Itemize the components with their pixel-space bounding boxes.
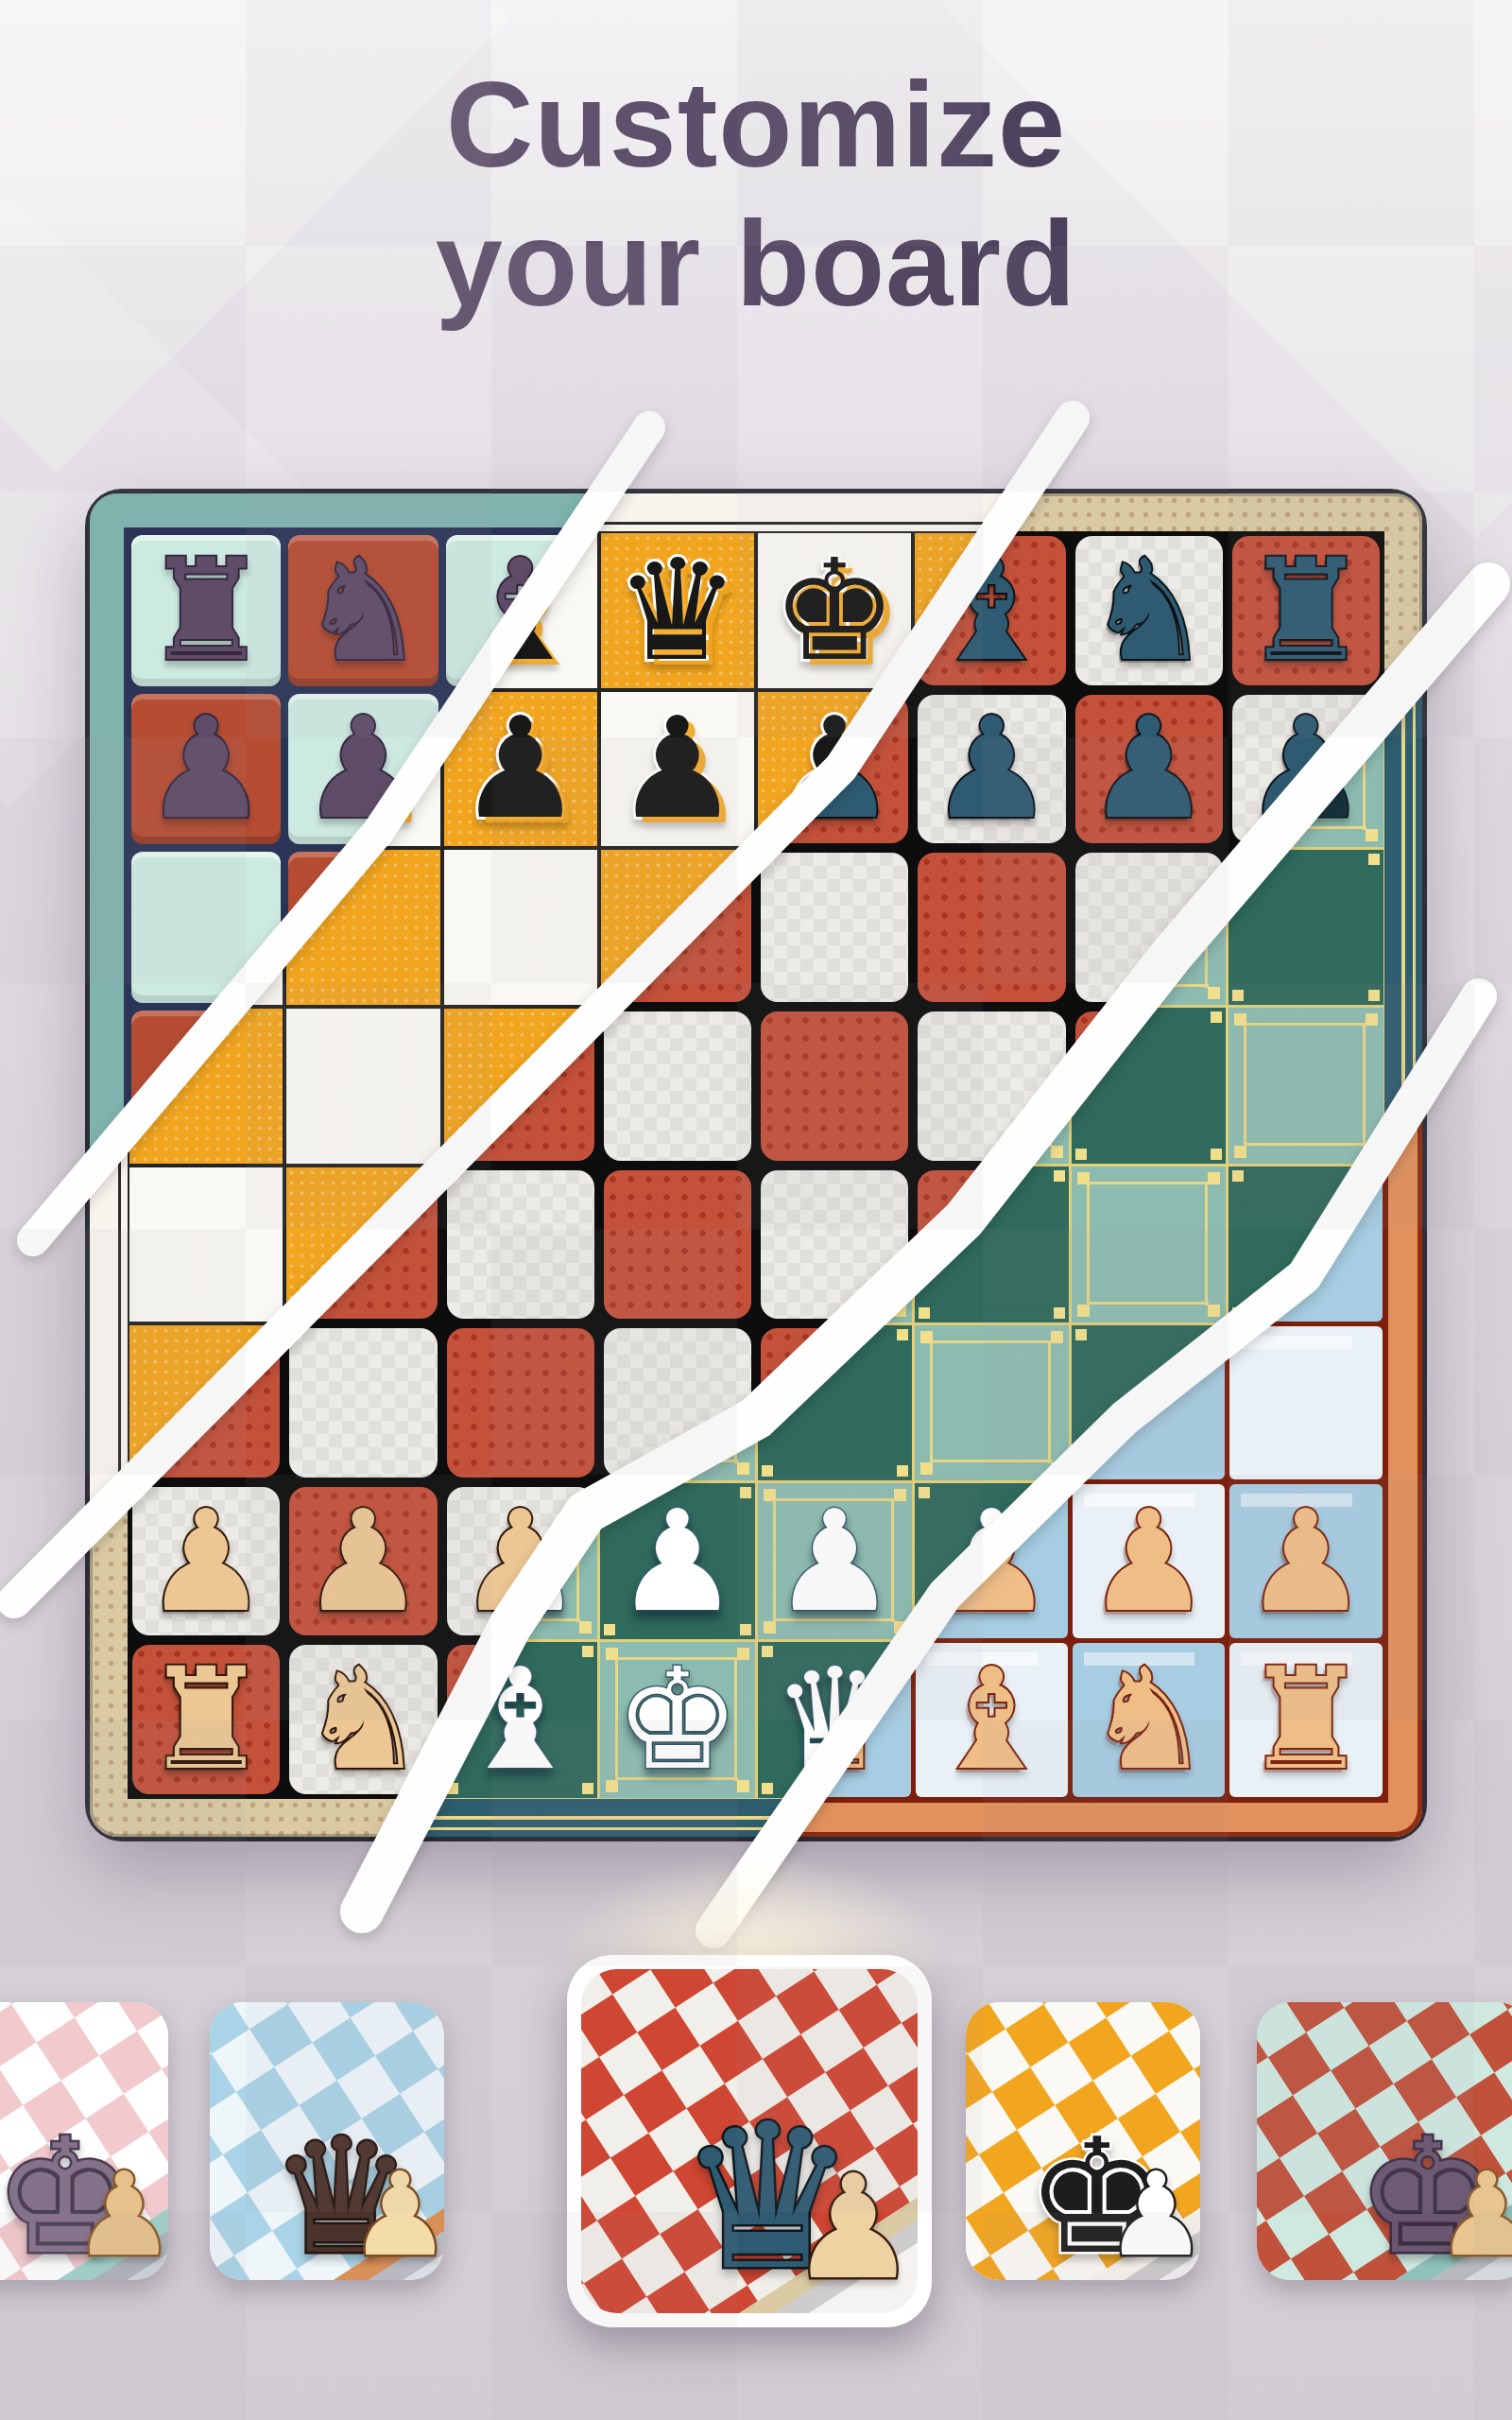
piece-black-rook-a8: ♜ [128,531,284,690]
pawn-piece-icon: ♟ [1105,2157,1200,2273]
piece-black-king-e8: ♚ [756,531,913,690]
piece-white-pawn-e2: ♟ [756,1482,913,1641]
piece-white-bishop-f1: ♝ [913,1640,1070,1799]
piece-black-knight-b8: ♞ [284,531,441,690]
piece-black-knight-g8: ♞ [1071,531,1228,690]
piece-black-queen-d8: ♛ [599,531,756,690]
piece-white-knight-b1: ♞ [284,1640,441,1799]
thumbnail-art: ♛♟ [581,1969,918,2313]
board-theme-thumbnail-comic-paper[interactable]: ♚♟ [966,2002,1200,2280]
pawn-piece-icon: ♟ [789,2156,918,2300]
title-line-2: your board [436,196,1077,331]
piece-white-pawn-b2: ♟ [284,1482,441,1641]
customize-board-screen: { "app": { "title_line1": "Customize", "… [0,0,1512,2420]
piece-black-rook-h8: ♜ [1228,531,1384,690]
piece-white-pawn-a2: ♟ [128,1482,284,1641]
piece-black-pawn-g7: ♟ [1071,690,1228,849]
board-theme-thumbnail-cartoon-teal[interactable]: ♚♟ [1257,2002,1512,2280]
piece-white-king-d1: ♚ [599,1640,756,1799]
thumbnail-art: ♚♟ [0,2002,168,2280]
piece-black-pawn-a7: ♟ [128,690,284,849]
piece-white-rook-a1: ♜ [128,1640,284,1799]
piece-white-pawn-g2: ♟ [1071,1482,1228,1641]
board-theme-thumbnail-retro-halftone-selected[interactable]: ♛♟ [567,1955,932,2327]
thumbnail-art: ♛♟ [210,2002,444,2280]
board-theme-thumbnail-wooden-sky[interactable]: ♛♟ [210,2002,444,2280]
thumbnail-art: ♚♟ [1257,2002,1512,2280]
pawn-piece-icon: ♟ [349,2157,444,2273]
pawn-piece-icon: ♟ [73,2157,168,2273]
piece-white-pawn-d2: ♟ [599,1482,756,1641]
piece-black-pawn-d7: ♟ [599,690,756,849]
piece-white-rook-h1: ♜ [1228,1640,1384,1799]
chess-board-preview: ♜♞♝♛♚♝♞♜♟♟♟♟♟♟♟♟♟♟♟♟♟♟♟♟♜♞♝♚♛♝♞♜♜♞♝♛♚♝♞♜… [90,493,1422,1837]
piece-black-pawn-c7: ♟ [442,690,599,849]
thumbnail-art: ♚♟ [966,2002,1200,2280]
piece-black-pawn-f7: ♟ [913,690,1070,849]
board-theme-thumbnail-pastel-mint-pink[interactable]: ♚♟ [0,2002,168,2280]
title-line-1: Customize [446,57,1066,192]
page-title: Customize your board [0,55,1512,333]
piece-white-knight-g1: ♞ [1071,1640,1228,1799]
pawn-piece-icon: ♟ [1435,2157,1512,2273]
piece-white-pawn-h2: ♟ [1228,1482,1384,1641]
